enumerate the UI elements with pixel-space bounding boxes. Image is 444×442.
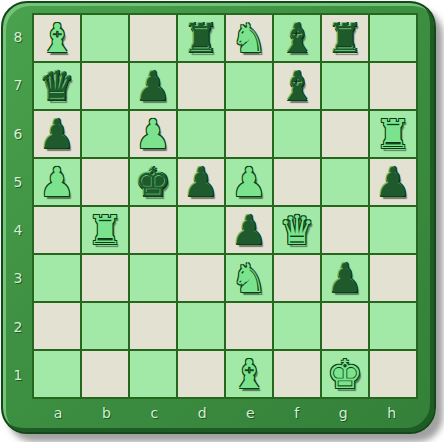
square-b2[interactable] xyxy=(82,303,128,349)
black-pawn[interactable]: ♟ xyxy=(183,159,219,205)
rank-label-5: 5 xyxy=(14,174,23,190)
square-g5[interactable] xyxy=(322,159,368,205)
file-label-e: e xyxy=(246,405,255,421)
square-e4[interactable]: ♟ xyxy=(226,207,272,253)
rank-label-8: 8 xyxy=(14,29,23,45)
square-h4[interactable] xyxy=(370,207,416,253)
square-g4[interactable] xyxy=(322,207,368,253)
white-pawn[interactable]: ♟ xyxy=(39,159,75,205)
square-d7[interactable] xyxy=(178,63,224,109)
square-b8[interactable] xyxy=(82,15,128,61)
square-h8[interactable] xyxy=(370,15,416,61)
square-g2[interactable] xyxy=(322,303,368,349)
square-a7[interactable]: ♛ xyxy=(34,63,80,109)
square-b4[interactable]: ♜ xyxy=(82,207,128,253)
square-c8[interactable] xyxy=(130,15,176,61)
rank-labels: 87654321 xyxy=(7,13,29,399)
square-a5[interactable]: ♟ xyxy=(34,159,80,205)
square-e8[interactable]: ♞ xyxy=(226,15,272,61)
square-a6[interactable]: ♟ xyxy=(34,111,80,157)
black-bishop[interactable]: ♝ xyxy=(279,63,315,109)
file-label-h: h xyxy=(387,405,396,421)
square-d3[interactable] xyxy=(178,255,224,301)
white-rook[interactable]: ♜ xyxy=(375,111,411,157)
black-pawn[interactable]: ♟ xyxy=(231,207,267,253)
rank-label-3: 3 xyxy=(14,270,23,286)
square-e6[interactable] xyxy=(226,111,272,157)
square-c1[interactable] xyxy=(130,351,176,397)
file-label-d: d xyxy=(198,405,207,421)
square-e2[interactable] xyxy=(226,303,272,349)
black-king[interactable]: ♚ xyxy=(135,159,171,205)
square-e1[interactable]: ♝ xyxy=(226,351,272,397)
white-rook[interactable]: ♜ xyxy=(87,207,123,253)
square-e7[interactable] xyxy=(226,63,272,109)
file-label-f: f xyxy=(294,405,299,421)
file-label-a: a xyxy=(54,405,63,421)
file-label-c: c xyxy=(150,405,158,421)
square-e5[interactable]: ♟ xyxy=(226,159,272,205)
square-f2[interactable] xyxy=(274,303,320,349)
square-c3[interactable] xyxy=(130,255,176,301)
black-rook[interactable]: ♜ xyxy=(183,15,219,61)
white-pawn[interactable]: ♟ xyxy=(231,159,267,205)
square-c2[interactable] xyxy=(130,303,176,349)
square-c5[interactable]: ♚ xyxy=(130,159,176,205)
square-c6[interactable]: ♟ xyxy=(130,111,176,157)
square-h2[interactable] xyxy=(370,303,416,349)
square-g3[interactable]: ♟ xyxy=(322,255,368,301)
square-a8[interactable]: ♝ xyxy=(34,15,80,61)
square-d8[interactable]: ♜ xyxy=(178,15,224,61)
white-bishop[interactable]: ♝ xyxy=(39,15,75,61)
square-f6[interactable] xyxy=(274,111,320,157)
white-queen[interactable]: ♛ xyxy=(279,207,315,253)
square-c4[interactable] xyxy=(130,207,176,253)
square-b7[interactable] xyxy=(82,63,128,109)
white-bishop[interactable]: ♝ xyxy=(231,351,267,397)
file-label-b: b xyxy=(102,405,111,421)
square-g1[interactable]: ♚ xyxy=(322,351,368,397)
square-f5[interactable] xyxy=(274,159,320,205)
white-king[interactable]: ♚ xyxy=(327,351,363,397)
square-d1[interactable] xyxy=(178,351,224,397)
square-d6[interactable] xyxy=(178,111,224,157)
black-pawn[interactable]: ♟ xyxy=(135,63,171,109)
rank-label-6: 6 xyxy=(14,126,23,142)
square-f4[interactable]: ♛ xyxy=(274,207,320,253)
square-d4[interactable] xyxy=(178,207,224,253)
square-h6[interactable]: ♜ xyxy=(370,111,416,157)
square-g6[interactable] xyxy=(322,111,368,157)
black-bishop[interactable]: ♝ xyxy=(279,15,315,61)
square-g8[interactable]: ♜ xyxy=(322,15,368,61)
square-d2[interactable] xyxy=(178,303,224,349)
rank-label-7: 7 xyxy=(14,77,23,93)
square-a2[interactable] xyxy=(34,303,80,349)
square-h3[interactable] xyxy=(370,255,416,301)
black-queen[interactable]: ♛ xyxy=(39,63,75,109)
rank-label-2: 2 xyxy=(14,319,23,335)
square-f8[interactable]: ♝ xyxy=(274,15,320,61)
square-h7[interactable] xyxy=(370,63,416,109)
square-h1[interactable] xyxy=(370,351,416,397)
square-f1[interactable] xyxy=(274,351,320,397)
black-pawn[interactable]: ♟ xyxy=(375,159,411,205)
square-a1[interactable] xyxy=(34,351,80,397)
square-b5[interactable] xyxy=(82,159,128,205)
board: ♝♜♞♝♜♛♟♝♟♟♜♟♚♟♟♟♜♟♛♞♟♝♚ xyxy=(32,13,418,399)
square-b3[interactable] xyxy=(82,255,128,301)
square-b1[interactable] xyxy=(82,351,128,397)
square-h5[interactable]: ♟ xyxy=(370,159,416,205)
file-labels: abcdefgh xyxy=(34,401,416,425)
white-knight[interactable]: ♞ xyxy=(231,15,267,61)
square-f3[interactable] xyxy=(274,255,320,301)
black-pawn[interactable]: ♟ xyxy=(327,255,363,301)
black-rook[interactable]: ♜ xyxy=(327,15,363,61)
white-pawn[interactable]: ♟ xyxy=(135,111,171,157)
square-g7[interactable] xyxy=(322,63,368,109)
square-c7[interactable]: ♟ xyxy=(130,63,176,109)
square-d5[interactable]: ♟ xyxy=(178,159,224,205)
file-label-g: g xyxy=(339,405,348,421)
square-e3[interactable]: ♞ xyxy=(226,255,272,301)
square-a3[interactable] xyxy=(34,255,80,301)
white-knight[interactable]: ♞ xyxy=(231,255,267,301)
square-f7[interactable]: ♝ xyxy=(274,63,320,109)
rank-label-1: 1 xyxy=(14,367,23,383)
square-a4[interactable] xyxy=(34,207,80,253)
rank-label-4: 4 xyxy=(14,222,23,238)
black-pawn[interactable]: ♟ xyxy=(39,111,75,157)
square-b6[interactable] xyxy=(82,111,128,157)
